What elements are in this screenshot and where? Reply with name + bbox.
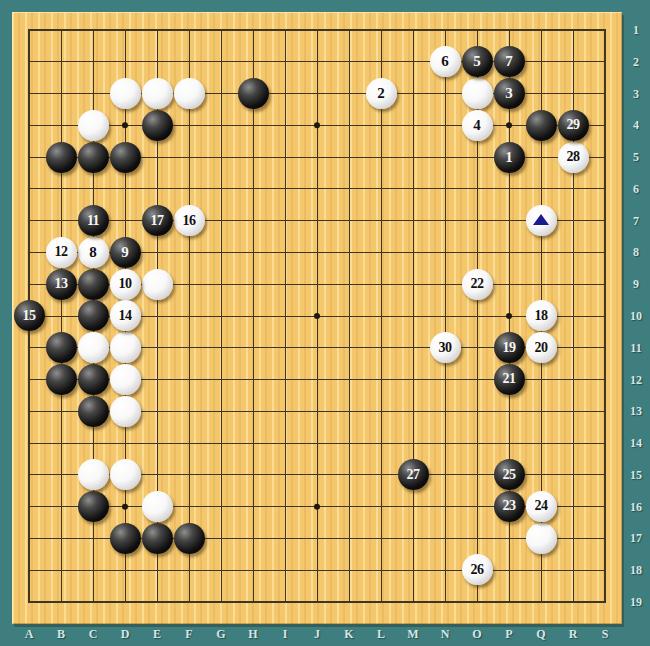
stone-black-e4 xyxy=(142,110,173,141)
row-label-6: 6 xyxy=(624,181,648,197)
triangle-marker-icon xyxy=(533,214,549,225)
row-label-13: 13 xyxy=(624,403,648,419)
stone-white-d3 xyxy=(110,78,141,109)
stone-black-d17 xyxy=(110,523,141,554)
move-5-stone-black-o2: 5 xyxy=(462,46,493,77)
stone-black-c10 xyxy=(78,300,109,331)
move-number: 3 xyxy=(505,86,513,101)
row-label-5: 5 xyxy=(624,149,648,165)
move-6-stone-white-n2: 6 xyxy=(430,46,461,77)
go-diagram: 1234567891011121314151617181920212223242… xyxy=(0,0,650,646)
stone-black-c5 xyxy=(78,142,109,173)
row-label-10: 10 xyxy=(624,308,648,324)
move-number: 6 xyxy=(441,54,449,69)
stone-white-q17 xyxy=(526,523,557,554)
stone-white-c15 xyxy=(78,459,109,490)
move-10-stone-white-d9: 10 xyxy=(110,269,141,300)
stones-layer: 1234567891011121314151617181920212223242… xyxy=(13,14,621,618)
row-label-12: 12 xyxy=(624,372,648,388)
move-13-stone-black-b9: 13 xyxy=(46,269,77,300)
move-number: 24 xyxy=(535,499,548,513)
move-number: 2 xyxy=(377,86,385,101)
column-label-p: P xyxy=(498,627,520,642)
move-number: 22 xyxy=(471,277,484,291)
column-label-d: D xyxy=(114,627,136,642)
move-number: 5 xyxy=(473,54,481,69)
stone-black-q4 xyxy=(526,110,557,141)
stone-white-d11 xyxy=(110,332,141,363)
stone-white-d13 xyxy=(110,396,141,427)
row-label-15: 15 xyxy=(624,467,648,483)
stone-black-b11 xyxy=(46,332,77,363)
move-number: 8 xyxy=(89,245,97,260)
stone-black-c13 xyxy=(78,396,109,427)
move-number: 4 xyxy=(473,118,481,133)
move-25-stone-black-p15: 25 xyxy=(494,459,525,490)
column-label-f: F xyxy=(178,627,200,642)
move-17-stone-black-e7: 17 xyxy=(142,205,173,236)
column-label-s: S xyxy=(594,627,616,642)
move-18-stone-white-q10: 18 xyxy=(526,300,557,331)
move-number: 20 xyxy=(535,341,548,355)
row-label-2: 2 xyxy=(624,54,648,70)
row-label-14: 14 xyxy=(624,435,648,451)
column-label-g: G xyxy=(210,627,232,642)
row-label-4: 4 xyxy=(624,117,648,133)
column-label-a: A xyxy=(18,627,40,642)
move-number: 9 xyxy=(121,245,129,260)
move-number: 19 xyxy=(503,341,516,355)
move-number: 27 xyxy=(407,468,420,482)
column-label-h: H xyxy=(242,627,264,642)
stone-white-d15 xyxy=(110,459,141,490)
row-label-9: 9 xyxy=(624,276,648,292)
move-number: 17 xyxy=(151,214,164,228)
move-21-stone-black-p12: 21 xyxy=(494,364,525,395)
column-label-r: R xyxy=(562,627,584,642)
move-4-stone-white-o4: 4 xyxy=(462,110,493,141)
column-label-c: C xyxy=(82,627,104,642)
move-number: 30 xyxy=(439,341,452,355)
row-label-7: 7 xyxy=(624,213,648,229)
move-19-stone-black-p11: 19 xyxy=(494,332,525,363)
move-number: 11 xyxy=(87,214,99,228)
stone-black-b12 xyxy=(46,364,77,395)
move-28-stone-white-r5: 28 xyxy=(558,142,589,173)
move-number: 1 xyxy=(505,150,513,165)
stone-white-q7 xyxy=(526,205,557,236)
column-label-n: N xyxy=(434,627,456,642)
move-22-stone-white-o9: 22 xyxy=(462,269,493,300)
stone-black-b5 xyxy=(46,142,77,173)
move-14-stone-white-d10: 14 xyxy=(110,300,141,331)
move-23-stone-black-p16: 23 xyxy=(494,491,525,522)
row-label-11: 11 xyxy=(624,340,648,356)
move-number: 23 xyxy=(503,499,516,513)
stone-black-h3 xyxy=(238,78,269,109)
stone-black-c9 xyxy=(78,269,109,300)
column-label-i: I xyxy=(274,627,296,642)
row-label-17: 17 xyxy=(624,530,648,546)
move-8-stone-white-c8: 8 xyxy=(78,237,109,268)
move-20-stone-white-q11: 20 xyxy=(526,332,557,363)
move-number: 13 xyxy=(55,277,68,291)
move-number: 21 xyxy=(503,372,516,386)
move-30-stone-white-n11: 30 xyxy=(430,332,461,363)
move-number: 7 xyxy=(505,54,513,69)
stone-white-c4 xyxy=(78,110,109,141)
row-label-19: 19 xyxy=(624,594,648,610)
stone-white-o3 xyxy=(462,78,493,109)
move-number: 10 xyxy=(119,277,132,291)
move-7-stone-black-p2: 7 xyxy=(494,46,525,77)
column-label-b: B xyxy=(50,627,72,642)
move-number: 15 xyxy=(23,309,36,323)
move-24-stone-white-q16: 24 xyxy=(526,491,557,522)
stone-white-e16 xyxy=(142,491,173,522)
row-label-3: 3 xyxy=(624,86,648,102)
move-11-stone-black-c7: 11 xyxy=(78,205,109,236)
column-label-q: Q xyxy=(530,627,552,642)
move-number: 28 xyxy=(567,150,580,164)
stone-black-d5 xyxy=(110,142,141,173)
move-26-stone-white-o18: 26 xyxy=(462,554,493,585)
column-label-k: K xyxy=(338,627,360,642)
move-number: 29 xyxy=(567,118,580,132)
move-27-stone-black-m15: 27 xyxy=(398,459,429,490)
move-9-stone-black-d8: 9 xyxy=(110,237,141,268)
move-number: 25 xyxy=(503,468,516,482)
column-label-o: O xyxy=(466,627,488,642)
stone-black-f17 xyxy=(174,523,205,554)
move-2-stone-white-l3: 2 xyxy=(366,78,397,109)
stone-white-e3 xyxy=(142,78,173,109)
column-label-e: E xyxy=(146,627,168,642)
stone-black-c16 xyxy=(78,491,109,522)
move-number: 26 xyxy=(471,563,484,577)
move-3-stone-black-p3: 3 xyxy=(494,78,525,109)
stone-white-c11 xyxy=(78,332,109,363)
move-number: 16 xyxy=(183,214,196,228)
stone-white-d12 xyxy=(110,364,141,395)
row-label-8: 8 xyxy=(624,244,648,260)
stone-black-e17 xyxy=(142,523,173,554)
column-label-l: L xyxy=(370,627,392,642)
move-number: 12 xyxy=(55,245,68,259)
column-label-j: J xyxy=(306,627,328,642)
stone-white-e9 xyxy=(142,269,173,300)
move-16-stone-white-f7: 16 xyxy=(174,205,205,236)
move-12-stone-white-b8: 12 xyxy=(46,237,77,268)
row-label-16: 16 xyxy=(624,499,648,515)
stone-black-c12 xyxy=(78,364,109,395)
column-label-m: M xyxy=(402,627,424,642)
row-label-18: 18 xyxy=(624,562,648,578)
stone-white-f3 xyxy=(174,78,205,109)
move-number: 14 xyxy=(119,309,132,323)
row-label-1: 1 xyxy=(624,22,648,38)
move-number: 18 xyxy=(535,309,548,323)
move-1-stone-black-p5: 1 xyxy=(494,142,525,173)
move-15-stone-black-a10: 15 xyxy=(14,300,45,331)
move-29-stone-black-r4: 29 xyxy=(558,110,589,141)
